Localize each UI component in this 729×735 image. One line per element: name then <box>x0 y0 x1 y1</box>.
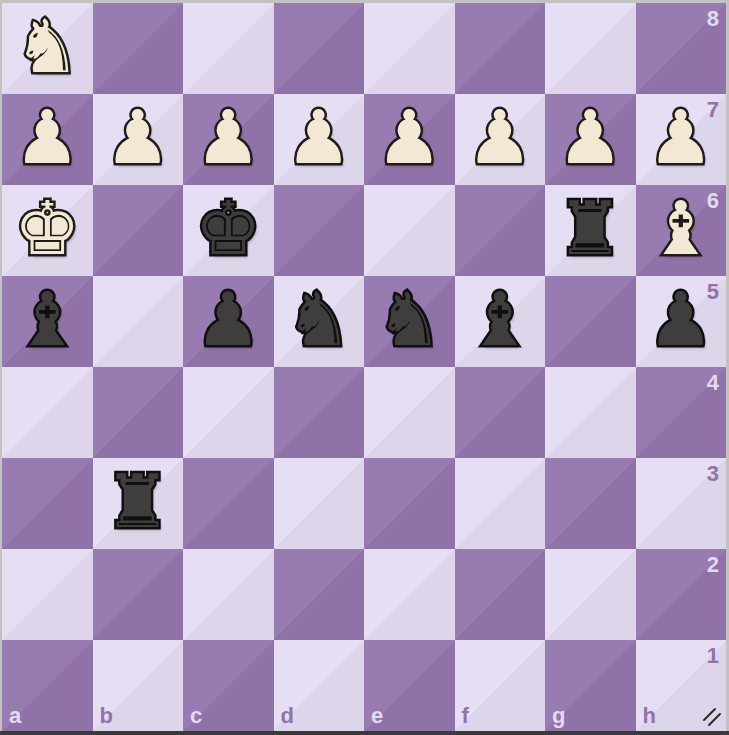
piece-white-king[interactable] <box>2 185 93 276</box>
file-label: g <box>552 703 565 729</box>
board-frame: 8765432abcdefg1h <box>0 0 729 735</box>
square-e3[interactable] <box>364 458 455 549</box>
square-f5[interactable] <box>455 276 546 367</box>
piece-black-bishop[interactable] <box>2 276 93 367</box>
square-b7[interactable] <box>93 94 184 185</box>
piece-black-bishop[interactable] <box>455 276 546 367</box>
square-a7[interactable] <box>2 94 93 185</box>
square-e7[interactable] <box>364 94 455 185</box>
square-g5[interactable] <box>545 276 636 367</box>
rank-label: 4 <box>707 370 719 396</box>
square-b4[interactable] <box>93 367 184 458</box>
square-c1[interactable]: c <box>183 640 274 731</box>
square-c3[interactable] <box>183 458 274 549</box>
file-label: e <box>371 703 383 729</box>
piece-white-pawn[interactable] <box>274 94 365 185</box>
square-a4[interactable] <box>2 367 93 458</box>
square-e2[interactable] <box>364 549 455 640</box>
square-e6[interactable] <box>364 185 455 276</box>
square-b1[interactable]: b <box>93 640 184 731</box>
square-a3[interactable] <box>2 458 93 549</box>
piece-white-pawn[interactable] <box>545 94 636 185</box>
square-f7[interactable] <box>455 94 546 185</box>
file-label: c <box>190 703 202 729</box>
square-g4[interactable] <box>545 367 636 458</box>
square-h8[interactable]: 8 <box>636 3 727 94</box>
square-e8[interactable] <box>364 3 455 94</box>
square-h2[interactable]: 2 <box>636 549 727 640</box>
square-c5[interactable] <box>183 276 274 367</box>
square-d3[interactable] <box>274 458 365 549</box>
square-b3[interactable] <box>93 458 184 549</box>
piece-black-knight[interactable] <box>274 276 365 367</box>
square-f1[interactable]: f <box>455 640 546 731</box>
square-a5[interactable] <box>2 276 93 367</box>
square-e5[interactable] <box>364 276 455 367</box>
rank-label: 5 <box>707 279 719 305</box>
piece-black-knight[interactable] <box>364 276 455 367</box>
square-f2[interactable] <box>455 549 546 640</box>
square-a2[interactable] <box>2 549 93 640</box>
square-d5[interactable] <box>274 276 365 367</box>
file-label: f <box>462 703 469 729</box>
square-g7[interactable] <box>545 94 636 185</box>
square-f3[interactable] <box>455 458 546 549</box>
square-h5[interactable]: 5 <box>636 276 727 367</box>
rank-label: 6 <box>707 188 719 214</box>
piece-black-pawn[interactable] <box>183 276 274 367</box>
square-a1[interactable]: a <box>2 640 93 731</box>
square-a8[interactable] <box>2 3 93 94</box>
square-c8[interactable] <box>183 3 274 94</box>
square-d4[interactable] <box>274 367 365 458</box>
square-f6[interactable] <box>455 185 546 276</box>
file-label: d <box>281 703 294 729</box>
square-g6[interactable] <box>545 185 636 276</box>
resize-handle-icon[interactable] <box>702 707 722 727</box>
square-g8[interactable] <box>545 3 636 94</box>
square-g1[interactable]: g <box>545 640 636 731</box>
square-d7[interactable] <box>274 94 365 185</box>
square-e1[interactable]: e <box>364 640 455 731</box>
rank-label: 7 <box>707 97 719 123</box>
file-label: h <box>643 703 656 729</box>
square-d8[interactable] <box>274 3 365 94</box>
piece-black-rook[interactable] <box>93 458 184 549</box>
square-b8[interactable] <box>93 3 184 94</box>
rank-label: 2 <box>707 552 719 578</box>
rank-label: 3 <box>707 461 719 487</box>
piece-white-pawn[interactable] <box>183 94 274 185</box>
square-a6[interactable] <box>2 185 93 276</box>
square-g3[interactable] <box>545 458 636 549</box>
square-h6[interactable]: 6 <box>636 185 727 276</box>
square-c2[interactable] <box>183 549 274 640</box>
square-d2[interactable] <box>274 549 365 640</box>
piece-white-pawn[interactable] <box>364 94 455 185</box>
piece-white-pawn[interactable] <box>93 94 184 185</box>
square-h7[interactable]: 7 <box>636 94 727 185</box>
rank-label: 1 <box>707 643 719 669</box>
square-c6[interactable] <box>183 185 274 276</box>
board-bottom-edge <box>0 731 729 735</box>
file-label: a <box>9 703 21 729</box>
chess-board[interactable]: 8765432abcdefg1h <box>2 3 726 731</box>
piece-white-knight[interactable] <box>2 3 93 94</box>
square-c7[interactable] <box>183 94 274 185</box>
square-f8[interactable] <box>455 3 546 94</box>
square-h3[interactable]: 3 <box>636 458 727 549</box>
piece-white-pawn[interactable] <box>455 94 546 185</box>
square-h4[interactable]: 4 <box>636 367 727 458</box>
rank-label: 8 <box>707 6 719 32</box>
piece-white-pawn[interactable] <box>2 94 93 185</box>
square-b5[interactable] <box>93 276 184 367</box>
square-g2[interactable] <box>545 549 636 640</box>
square-d1[interactable]: d <box>274 640 365 731</box>
piece-black-king[interactable] <box>183 185 274 276</box>
square-d6[interactable] <box>274 185 365 276</box>
square-c4[interactable] <box>183 367 274 458</box>
square-b2[interactable] <box>93 549 184 640</box>
square-f4[interactable] <box>455 367 546 458</box>
square-h1[interactable]: 1h <box>636 640 727 731</box>
file-label: b <box>100 703 113 729</box>
square-e4[interactable] <box>364 367 455 458</box>
piece-black-rook[interactable] <box>545 185 636 276</box>
square-b6[interactable] <box>93 185 184 276</box>
